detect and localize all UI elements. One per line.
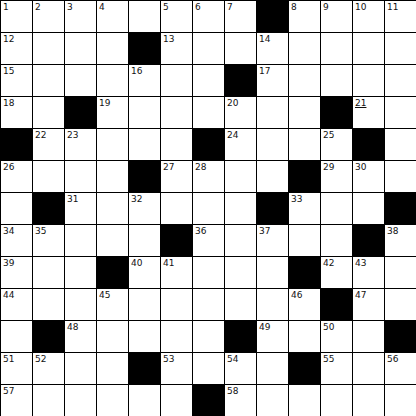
cell-r10c9[interactable] (257, 289, 289, 321)
clue-number-19: 19 (99, 98, 110, 108)
cell-r1c8[interactable]: 7 (225, 1, 257, 33)
black-cell-r7c2 (33, 193, 65, 225)
black-cell-r11c8 (225, 321, 257, 353)
cell-r8c11[interactable] (321, 225, 353, 257)
cell-r12c2[interactable]: 52 (33, 353, 65, 385)
cell-r9c3[interactable] (65, 257, 97, 289)
cell-r12c11[interactable]: 55 (321, 353, 353, 385)
cell-r9c1[interactable]: 39 (1, 257, 33, 289)
cell-r3c2[interactable] (33, 65, 65, 97)
cell-r13c6[interactable] (161, 385, 193, 416)
cell-r12c3[interactable] (65, 353, 97, 385)
black-cell-r8c12 (353, 225, 385, 257)
cell-r2c8[interactable] (225, 33, 257, 65)
cell-r4c1[interactable]: 18 (1, 97, 33, 129)
clue-number-43: 43 (355, 258, 366, 268)
clue-number-11: 11 (387, 2, 398, 12)
black-cell-r6c10 (289, 161, 321, 193)
cell-r1c12[interactable]: 10 (353, 1, 385, 33)
cell-r9c5[interactable]: 40 (129, 257, 161, 289)
crossword-puzzle: 1234567891011121314151617181920212223242… (0, 0, 416, 416)
cell-r13c2[interactable] (33, 385, 65, 416)
clue-number-9: 9 (323, 2, 329, 12)
cell-r8c2[interactable]: 35 (33, 225, 65, 257)
cell-r13c9[interactable] (257, 385, 289, 416)
cell-r3c11[interactable] (321, 65, 353, 97)
cell-r2c9[interactable]: 14 (257, 33, 289, 65)
clue-number-48: 48 (67, 322, 78, 332)
cell-r9c12[interactable]: 43 (353, 257, 385, 289)
clue-number-16: 16 (131, 66, 142, 76)
clue-number-42: 42 (323, 258, 334, 268)
black-cell-r9c4 (97, 257, 129, 289)
clue-number-8: 8 (291, 2, 297, 12)
cell-r2c2[interactable] (33, 33, 65, 65)
cell-r11c12[interactable] (353, 321, 385, 353)
clue-number-47: 47 (355, 290, 366, 300)
clue-number-37: 37 (259, 226, 270, 236)
cell-r8c5[interactable] (129, 225, 161, 257)
cell-r5c13[interactable] (385, 129, 416, 161)
cell-r5c4[interactable] (97, 129, 129, 161)
cell-r11c11[interactable]: 50 (321, 321, 353, 353)
clue-number-21: 21 (355, 98, 366, 108)
cell-r9c9[interactable] (257, 257, 289, 289)
cell-r6c1[interactable]: 26 (1, 161, 33, 193)
clue-number-7: 7 (227, 2, 233, 12)
cell-r8c3[interactable] (65, 225, 97, 257)
black-cell-r5c1 (1, 129, 33, 161)
clue-number-13: 13 (163, 34, 174, 44)
cell-r3c9[interactable]: 17 (257, 65, 289, 97)
clue-number-39: 39 (3, 258, 14, 268)
cell-r13c12[interactable] (353, 385, 385, 416)
cell-r8c8[interactable] (225, 225, 257, 257)
cell-r10c12[interactable]: 47 (353, 289, 385, 321)
clue-number-5: 5 (163, 2, 169, 12)
cell-r5c8[interactable]: 24 (225, 129, 257, 161)
clue-number-20: 20 (227, 98, 238, 108)
cell-r3c7[interactable] (193, 65, 225, 97)
clue-number-54: 54 (227, 354, 238, 364)
cell-r13c10[interactable] (289, 385, 321, 416)
cell-r4c9[interactable] (257, 97, 289, 129)
black-cell-r7c13 (385, 193, 416, 225)
clue-number-58: 58 (227, 386, 238, 396)
cell-r12c4[interactable] (97, 353, 129, 385)
cell-r5c5[interactable] (129, 129, 161, 161)
clue-number-23: 23 (67, 130, 78, 140)
cell-r13c3[interactable] (65, 385, 97, 416)
cell-r6c12[interactable]: 30 (353, 161, 385, 193)
cell-r2c4[interactable] (97, 33, 129, 65)
cell-r11c9[interactable]: 49 (257, 321, 289, 353)
clue-number-55: 55 (323, 354, 334, 364)
cell-r6c11[interactable]: 29 (321, 161, 353, 193)
cell-r13c11[interactable] (321, 385, 353, 416)
cell-r3c10[interactable] (289, 65, 321, 97)
cell-r9c11[interactable]: 42 (321, 257, 353, 289)
cell-r3c4[interactable] (97, 65, 129, 97)
black-cell-r1c9 (257, 1, 289, 33)
cell-r9c7[interactable] (193, 257, 225, 289)
black-cell-r8c6 (161, 225, 193, 257)
cell-r10c4[interactable]: 45 (97, 289, 129, 321)
cell-r8c4[interactable] (97, 225, 129, 257)
black-cell-r11c13 (385, 321, 416, 353)
cell-r4c13[interactable] (385, 97, 416, 129)
clue-number-18: 18 (3, 98, 14, 108)
clue-number-2: 2 (35, 2, 41, 12)
cell-r13c5[interactable] (129, 385, 161, 416)
black-cell-r12c5 (129, 353, 161, 385)
cell-r9c2[interactable] (33, 257, 65, 289)
cell-r11c10[interactable] (289, 321, 321, 353)
clue-number-17: 17 (259, 66, 270, 76)
clue-number-3: 3 (67, 2, 73, 12)
clue-number-40: 40 (131, 258, 142, 268)
black-cell-r4c3 (65, 97, 97, 129)
cell-r7c8[interactable] (225, 193, 257, 225)
cell-r6c4[interactable] (97, 161, 129, 193)
cell-r1c13[interactable]: 11 (385, 1, 416, 33)
cell-r1c5[interactable] (129, 1, 161, 33)
black-cell-r9c10 (289, 257, 321, 289)
cell-r12c6[interactable]: 53 (161, 353, 193, 385)
cell-r7c6[interactable] (161, 193, 193, 225)
clue-number-25: 25 (323, 130, 334, 140)
black-cell-r5c7 (193, 129, 225, 161)
cell-r7c12[interactable] (353, 193, 385, 225)
clue-number-53: 53 (163, 354, 174, 364)
cell-r7c3[interactable]: 31 (65, 193, 97, 225)
clue-number-32: 32 (131, 194, 142, 204)
cell-r9c6[interactable]: 41 (161, 257, 193, 289)
clue-number-33: 33 (291, 194, 302, 204)
clue-number-51: 51 (3, 354, 14, 364)
cell-r2c1[interactable]: 12 (1, 33, 33, 65)
black-cell-r6c5 (129, 161, 161, 193)
clue-number-27: 27 (163, 162, 174, 172)
cell-r5c10[interactable] (289, 129, 321, 161)
cell-r6c13[interactable] (385, 161, 416, 193)
cell-r11c5[interactable] (129, 321, 161, 353)
cell-r6c6[interactable]: 27 (161, 161, 193, 193)
clue-number-57: 57 (3, 386, 14, 396)
cell-r7c10[interactable]: 33 (289, 193, 321, 225)
cell-r11c6[interactable] (161, 321, 193, 353)
clue-number-56: 56 (387, 354, 398, 364)
cell-r8c9[interactable]: 37 (257, 225, 289, 257)
clue-number-12: 12 (3, 34, 14, 44)
clue-number-24: 24 (227, 130, 238, 140)
cell-r8c10[interactable] (289, 225, 321, 257)
clue-number-10: 10 (355, 2, 366, 12)
clue-number-29: 29 (323, 162, 334, 172)
cell-r4c12[interactable]: 21 (353, 97, 385, 129)
cell-r8c7[interactable]: 36 (193, 225, 225, 257)
clue-number-28: 28 (195, 162, 206, 172)
cell-r11c7[interactable] (193, 321, 225, 353)
clue-number-26: 26 (3, 162, 14, 172)
cell-r2c7[interactable] (193, 33, 225, 65)
black-cell-r4c11 (321, 97, 353, 129)
cell-r3c13[interactable] (385, 65, 416, 97)
clue-number-35: 35 (35, 226, 46, 236)
cell-r5c9[interactable] (257, 129, 289, 161)
cell-r7c11[interactable] (321, 193, 353, 225)
clue-number-46: 46 (291, 290, 302, 300)
cell-r4c2[interactable] (33, 97, 65, 129)
cell-r10c5[interactable] (129, 289, 161, 321)
clue-number-45: 45 (99, 290, 110, 300)
clue-number-44: 44 (3, 290, 14, 300)
cell-r5c6[interactable] (161, 129, 193, 161)
clue-number-15: 15 (3, 66, 14, 76)
cell-r4c7[interactable] (193, 97, 225, 129)
cell-r3c5[interactable]: 16 (129, 65, 161, 97)
clue-number-38: 38 (387, 226, 398, 236)
cell-r10c8[interactable] (225, 289, 257, 321)
cell-r10c10[interactable]: 46 (289, 289, 321, 321)
clue-number-49: 49 (259, 322, 270, 332)
cell-r2c6[interactable]: 13 (161, 33, 193, 65)
black-cell-r12c10 (289, 353, 321, 385)
cell-r1c10[interactable]: 8 (289, 1, 321, 33)
clue-number-6: 6 (195, 2, 201, 12)
clue-number-1: 1 (3, 2, 9, 12)
cell-r6c8[interactable] (225, 161, 257, 193)
cell-r2c10[interactable] (289, 33, 321, 65)
cell-r11c1[interactable] (1, 321, 33, 353)
clue-number-41: 41 (163, 258, 174, 268)
cell-r10c7[interactable] (193, 289, 225, 321)
clue-number-34: 34 (3, 226, 14, 236)
cell-r6c2[interactable] (33, 161, 65, 193)
cell-r3c3[interactable] (65, 65, 97, 97)
clue-number-4: 4 (99, 2, 105, 12)
cell-r4c6[interactable] (161, 97, 193, 129)
cell-r5c11[interactable]: 25 (321, 129, 353, 161)
cell-r1c3[interactable]: 3 (65, 1, 97, 33)
cell-r2c3[interactable] (65, 33, 97, 65)
cell-r1c11[interactable]: 9 (321, 1, 353, 33)
cell-r13c8[interactable]: 58 (225, 385, 257, 416)
cell-r5c3[interactable]: 23 (65, 129, 97, 161)
cell-r7c1[interactable] (1, 193, 33, 225)
cell-r12c9[interactable] (257, 353, 289, 385)
cell-r5c2[interactable]: 22 (33, 129, 65, 161)
cell-r4c10[interactable] (289, 97, 321, 129)
cell-r1c4[interactable]: 4 (97, 1, 129, 33)
cell-r3c6[interactable] (161, 65, 193, 97)
cell-r2c13[interactable] (385, 33, 416, 65)
cell-r12c12[interactable] (353, 353, 385, 385)
cell-r6c7[interactable]: 28 (193, 161, 225, 193)
clue-number-22: 22 (35, 130, 46, 140)
clue-number-52: 52 (35, 354, 46, 364)
cell-r10c3[interactable] (65, 289, 97, 321)
cell-r10c2[interactable] (33, 289, 65, 321)
cell-r9c13[interactable] (385, 257, 416, 289)
cell-r1c6[interactable]: 5 (161, 1, 193, 33)
black-cell-r3c8 (225, 65, 257, 97)
cell-r3c12[interactable] (353, 65, 385, 97)
cell-r11c3[interactable]: 48 (65, 321, 97, 353)
cell-r6c9[interactable] (257, 161, 289, 193)
black-cell-r10c11 (321, 289, 353, 321)
cell-r4c8[interactable]: 20 (225, 97, 257, 129)
crossword-board: 1234567891011121314151617181920212223242… (0, 0, 416, 416)
cell-r13c13[interactable] (385, 385, 416, 416)
cell-r8c13[interactable]: 38 (385, 225, 416, 257)
cell-r4c5[interactable] (129, 97, 161, 129)
black-cell-r2c5 (129, 33, 161, 65)
cell-r12c13[interactable]: 56 (385, 353, 416, 385)
clue-number-50: 50 (323, 322, 334, 332)
black-cell-r13c7 (193, 385, 225, 416)
cell-r6c3[interactable] (65, 161, 97, 193)
cell-r3c1[interactable]: 15 (1, 65, 33, 97)
cell-r1c7[interactable]: 6 (193, 1, 225, 33)
cell-r2c12[interactable] (353, 33, 385, 65)
cell-r10c6[interactable] (161, 289, 193, 321)
cell-r12c1[interactable]: 51 (1, 353, 33, 385)
clue-number-36: 36 (195, 226, 206, 236)
black-cell-r7c9 (257, 193, 289, 225)
clue-number-14: 14 (259, 34, 270, 44)
cell-r1c2[interactable]: 2 (33, 1, 65, 33)
cell-r13c4[interactable] (97, 385, 129, 416)
cell-r9c8[interactable] (225, 257, 257, 289)
cell-r11c4[interactable] (97, 321, 129, 353)
cell-r12c7[interactable] (193, 353, 225, 385)
cell-r7c7[interactable] (193, 193, 225, 225)
cell-r1c1[interactable]: 1 (1, 1, 33, 33)
black-cell-r5c12 (353, 129, 385, 161)
cell-r13c1[interactable]: 57 (1, 385, 33, 416)
cell-r2c11[interactable] (321, 33, 353, 65)
cell-r12c8[interactable]: 54 (225, 353, 257, 385)
cell-r7c5[interactable]: 32 (129, 193, 161, 225)
clue-number-30: 30 (355, 162, 366, 172)
cell-r10c13[interactable] (385, 289, 416, 321)
cell-r7c4[interactable] (97, 193, 129, 225)
black-cell-r11c2 (33, 321, 65, 353)
cell-r4c4[interactable]: 19 (97, 97, 129, 129)
clue-number-31: 31 (67, 194, 78, 204)
cell-r8c1[interactable]: 34 (1, 225, 33, 257)
cell-r10c1[interactable]: 44 (1, 289, 33, 321)
